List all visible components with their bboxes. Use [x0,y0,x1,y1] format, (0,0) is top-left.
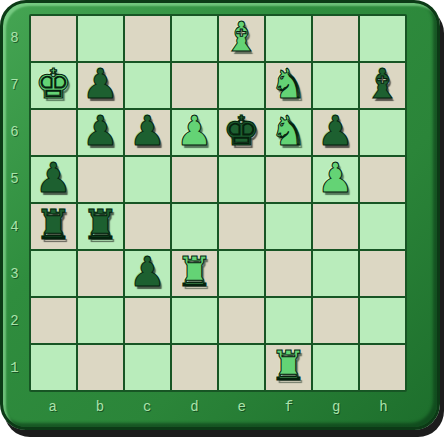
square-h1[interactable] [360,345,405,390]
square-d5[interactable] [172,157,217,202]
square-a3[interactable] [31,251,76,296]
square-g7[interactable] [313,63,358,108]
file-label-c: c [124,394,171,420]
square-a5[interactable]: ♟ [31,157,76,202]
square-g2[interactable] [313,298,358,343]
square-f3[interactable] [266,251,311,296]
square-c3[interactable]: ♟ [125,251,170,296]
square-c4[interactable] [125,204,170,249]
file-label-g: g [313,394,360,420]
square-d8[interactable] [172,16,217,61]
square-a2[interactable] [31,298,76,343]
square-g1[interactable] [313,345,358,390]
square-b4[interactable]: ♜ [78,204,123,249]
square-h5[interactable] [360,157,405,202]
square-h7[interactable]: ♝ [360,63,405,108]
square-c7[interactable] [125,63,170,108]
piece-black-pawn[interactable]: ♟ [35,158,72,199]
piece-black-pawn[interactable]: ♟ [129,111,166,152]
file-label-a: a [29,394,76,420]
square-e4[interactable] [219,204,264,249]
square-a4[interactable]: ♜ [31,204,76,249]
file-label-h: h [360,394,407,420]
square-d1[interactable] [172,345,217,390]
rank-label-7: 7 [0,61,29,108]
rank-label-5: 5 [0,156,29,203]
piece-white-knight[interactable]: ♞ [270,64,307,105]
square-e1[interactable] [219,345,264,390]
piece-black-king[interactable]: ♚ [223,111,260,152]
piece-white-rook[interactable]: ♜ [176,252,213,293]
piece-black-pawn[interactable]: ♟ [129,252,166,293]
square-c5[interactable] [125,157,170,202]
board-grid: ♝♚♟♞♝♟♟♟♚♞♟♟♟♜♜♟♜♜ [29,14,407,392]
square-e2[interactable] [219,298,264,343]
square-d7[interactable] [172,63,217,108]
rank-label-3: 3 [0,250,29,297]
square-a6[interactable] [31,110,76,155]
square-g5[interactable]: ♟ [313,157,358,202]
square-d4[interactable] [172,204,217,249]
rank-label-4: 4 [0,203,29,250]
square-e3[interactable] [219,251,264,296]
square-f8[interactable] [266,16,311,61]
square-e6[interactable]: ♚ [219,110,264,155]
square-c6[interactable]: ♟ [125,110,170,155]
square-h6[interactable] [360,110,405,155]
square-b1[interactable] [78,345,123,390]
piece-white-king[interactable]: ♚ [35,64,72,105]
file-labels: abcdefgh [29,394,407,420]
square-d6[interactable]: ♟ [172,110,217,155]
rank-label-1: 1 [0,345,29,392]
square-f1[interactable]: ♜ [266,345,311,390]
square-d2[interactable] [172,298,217,343]
square-f4[interactable] [266,204,311,249]
piece-white-bishop[interactable]: ♝ [223,17,260,58]
rank-label-6: 6 [0,109,29,156]
square-c1[interactable] [125,345,170,390]
square-f2[interactable] [266,298,311,343]
square-g6[interactable]: ♟ [313,110,358,155]
square-e7[interactable] [219,63,264,108]
square-g8[interactable] [313,16,358,61]
piece-white-rook[interactable]: ♜ [270,346,307,387]
square-c2[interactable] [125,298,170,343]
square-f6[interactable]: ♞ [266,110,311,155]
piece-black-bishop[interactable]: ♝ [364,64,401,105]
chessboard-window: 87654321 abcdefgh ♝♚♟♞♝♟♟♟♚♞♟♟♟♜♜♟♜♜ [0,0,444,442]
piece-black-rook[interactable]: ♜ [35,205,72,246]
square-a1[interactable] [31,345,76,390]
file-label-b: b [76,394,123,420]
piece-white-pawn[interactable]: ♟ [317,158,354,199]
rank-labels: 87654321 [0,14,29,392]
file-label-d: d [171,394,218,420]
square-g4[interactable] [313,204,358,249]
square-h3[interactable] [360,251,405,296]
square-h4[interactable] [360,204,405,249]
piece-black-pawn[interactable]: ♟ [82,111,119,152]
square-b6[interactable]: ♟ [78,110,123,155]
square-f5[interactable] [266,157,311,202]
file-label-f: f [265,394,312,420]
square-b3[interactable] [78,251,123,296]
square-f7[interactable]: ♞ [266,63,311,108]
rank-label-8: 8 [0,14,29,61]
square-g3[interactable] [313,251,358,296]
piece-white-pawn[interactable]: ♟ [176,111,213,152]
piece-black-pawn[interactable]: ♟ [317,111,354,152]
square-b5[interactable] [78,157,123,202]
square-h2[interactable] [360,298,405,343]
square-e5[interactable] [219,157,264,202]
square-c8[interactable] [125,16,170,61]
piece-black-rook[interactable]: ♜ [82,205,119,246]
file-label-e: e [218,394,265,420]
square-a7[interactable]: ♚ [31,63,76,108]
square-d3[interactable]: ♜ [172,251,217,296]
square-a8[interactable] [31,16,76,61]
square-b8[interactable] [78,16,123,61]
square-e8[interactable]: ♝ [219,16,264,61]
piece-white-knight[interactable]: ♞ [270,111,307,152]
square-h8[interactable] [360,16,405,61]
rank-label-2: 2 [0,298,29,345]
piece-black-pawn[interactable]: ♟ [82,64,119,105]
square-b2[interactable] [78,298,123,343]
square-b7[interactable]: ♟ [78,63,123,108]
